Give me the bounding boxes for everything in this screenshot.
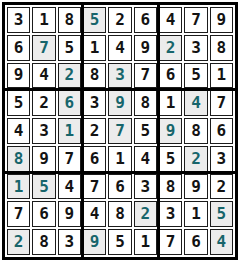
- sudoku-cell-r2c9[interactable]: 8: [210, 35, 233, 61]
- sudoku-cell-r8c8[interactable]: 1: [184, 201, 207, 227]
- sudoku-cell-r9c8[interactable]: 6: [184, 229, 207, 255]
- sudoku-cell-r7c2[interactable]: 5: [32, 174, 55, 200]
- sudoku-cell-r6c1[interactable]: 8: [7, 146, 30, 172]
- sudoku-cell-r7c7[interactable]: 8: [159, 174, 182, 200]
- sudoku-cell-r5c4[interactable]: 2: [83, 118, 106, 144]
- sudoku-cell-r3c6[interactable]: 7: [134, 63, 157, 89]
- sudoku-cell-r2c7[interactable]: 2: [159, 35, 182, 61]
- sudoku-cell-r2c4[interactable]: 1: [83, 35, 106, 61]
- sudoku-cell-r4c5[interactable]: 9: [108, 90, 131, 116]
- sudoku-cell-r2c8[interactable]: 3: [184, 35, 207, 61]
- sudoku-board: 3185264796751492389428376515263981474312…: [2, 2, 238, 260]
- sudoku-cell-r4c2[interactable]: 2: [32, 90, 55, 116]
- sudoku-cell-r9c1[interactable]: 2: [7, 229, 30, 255]
- sudoku-cell-r5c3[interactable]: 1: [58, 118, 81, 144]
- sudoku-cell-r2c3[interactable]: 5: [58, 35, 81, 61]
- sudoku-cell-r4c9[interactable]: 7: [210, 90, 233, 116]
- sudoku-cell-r5c1[interactable]: 4: [7, 118, 30, 144]
- sudoku-cell-r6c7[interactable]: 5: [159, 146, 182, 172]
- sudoku-cell-r8c5[interactable]: 8: [108, 201, 131, 227]
- sudoku-cell-r3c8[interactable]: 5: [184, 63, 207, 89]
- sudoku-cell-r4c1[interactable]: 5: [7, 90, 30, 116]
- sudoku-cell-r3c7[interactable]: 6: [159, 63, 182, 89]
- sudoku-cell-r2c6[interactable]: 9: [134, 35, 157, 61]
- sudoku-cell-r5c9[interactable]: 6: [210, 118, 233, 144]
- sudoku-cell-r1c8[interactable]: 7: [184, 7, 207, 33]
- sudoku-cell-r2c1[interactable]: 6: [7, 35, 30, 61]
- sudoku-cell-r7c5[interactable]: 6: [108, 174, 131, 200]
- sudoku-cell-r4c6[interactable]: 8: [134, 90, 157, 116]
- sudoku-cell-r7c9[interactable]: 2: [210, 174, 233, 200]
- sudoku-cell-r9c5[interactable]: 5: [108, 229, 131, 255]
- sudoku-cell-r9c3[interactable]: 3: [58, 229, 81, 255]
- sudoku-cell-r3c1[interactable]: 9: [7, 63, 30, 89]
- sudoku-cell-r7c6[interactable]: 3: [134, 174, 157, 200]
- sudoku-cell-r7c3[interactable]: 4: [58, 174, 81, 200]
- box-separator-vertical-2: [157, 5, 160, 257]
- sudoku-cell-r9c9[interactable]: 4: [210, 229, 233, 255]
- sudoku-cell-r8c4[interactable]: 4: [83, 201, 106, 227]
- sudoku-cell-r7c8[interactable]: 9: [184, 174, 207, 200]
- sudoku-cell-r8c1[interactable]: 7: [7, 201, 30, 227]
- sudoku-cell-r7c4[interactable]: 7: [83, 174, 106, 200]
- sudoku-cell-r1c9[interactable]: 9: [210, 7, 233, 33]
- sudoku-cell-r4c8[interactable]: 4: [184, 90, 207, 116]
- sudoku-cell-r8c3[interactable]: 9: [58, 201, 81, 227]
- sudoku-cell-r2c2[interactable]: 7: [32, 35, 55, 61]
- sudoku-cell-r1c3[interactable]: 8: [58, 7, 81, 33]
- sudoku-cell-r1c1[interactable]: 3: [7, 7, 30, 33]
- sudoku-cell-r3c4[interactable]: 8: [83, 63, 106, 89]
- sudoku-cell-r8c2[interactable]: 6: [32, 201, 55, 227]
- box-separator-horizontal-1: [5, 88, 235, 91]
- sudoku-cell-r6c5[interactable]: 1: [108, 146, 131, 172]
- sudoku-cell-r1c6[interactable]: 6: [134, 7, 157, 33]
- sudoku-cell-r5c5[interactable]: 7: [108, 118, 131, 144]
- sudoku-cell-r6c2[interactable]: 9: [32, 146, 55, 172]
- sudoku-cell-r4c3[interactable]: 6: [58, 90, 81, 116]
- sudoku-cell-r1c5[interactable]: 2: [108, 7, 131, 33]
- sudoku-cell-r1c7[interactable]: 4: [159, 7, 182, 33]
- sudoku-cell-r9c6[interactable]: 1: [134, 229, 157, 255]
- sudoku-cell-r3c3[interactable]: 2: [58, 63, 81, 89]
- sudoku-cell-r6c6[interactable]: 4: [134, 146, 157, 172]
- sudoku-cell-r4c7[interactable]: 1: [159, 90, 182, 116]
- sudoku-cell-r5c6[interactable]: 5: [134, 118, 157, 144]
- box-separator-horizontal-2: [5, 171, 235, 174]
- sudoku-cell-r3c2[interactable]: 4: [32, 63, 55, 89]
- sudoku-cell-r6c3[interactable]: 7: [58, 146, 81, 172]
- sudoku-cell-r8c7[interactable]: 3: [159, 201, 182, 227]
- sudoku-cell-r2c5[interactable]: 4: [108, 35, 131, 61]
- sudoku-cell-r6c9[interactable]: 3: [210, 146, 233, 172]
- sudoku-cell-r5c2[interactable]: 3: [32, 118, 55, 144]
- sudoku-cell-r3c9[interactable]: 1: [210, 63, 233, 89]
- sudoku-cell-r9c4[interactable]: 9: [83, 229, 106, 255]
- sudoku-cell-r3c5[interactable]: 3: [108, 63, 131, 89]
- sudoku-cell-r4c4[interactable]: 3: [83, 90, 106, 116]
- sudoku-cell-r1c2[interactable]: 1: [32, 7, 55, 33]
- sudoku-cell-r5c8[interactable]: 8: [184, 118, 207, 144]
- sudoku-cell-r8c9[interactable]: 5: [210, 201, 233, 227]
- sudoku-cell-r5c7[interactable]: 9: [159, 118, 182, 144]
- sudoku-cell-r7c1[interactable]: 1: [7, 174, 30, 200]
- sudoku-cell-r9c2[interactable]: 8: [32, 229, 55, 255]
- sudoku-cell-r8c6[interactable]: 2: [134, 201, 157, 227]
- sudoku-cell-r6c4[interactable]: 6: [83, 146, 106, 172]
- box-separator-vertical-1: [81, 5, 84, 257]
- sudoku-cell-r6c8[interactable]: 2: [184, 146, 207, 172]
- sudoku-cell-r9c7[interactable]: 7: [159, 229, 182, 255]
- sudoku-cell-r1c4[interactable]: 5: [83, 7, 106, 33]
